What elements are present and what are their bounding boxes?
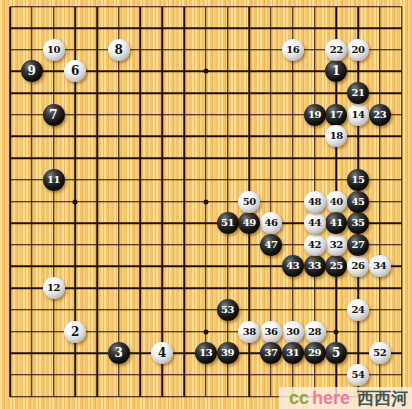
stone-black-17: 17 bbox=[325, 104, 347, 126]
watermark-cc: cc bbox=[289, 388, 309, 409]
stone-white-2: 2 bbox=[64, 321, 86, 343]
stone-white-40: 40 bbox=[325, 191, 347, 213]
star-point bbox=[203, 199, 208, 204]
stone-white-26: 26 bbox=[347, 255, 369, 277]
stone-white-38: 38 bbox=[238, 321, 260, 343]
stone-black-21: 21 bbox=[347, 82, 369, 104]
watermark-here: here bbox=[312, 388, 350, 409]
stone-black-51: 51 bbox=[217, 212, 239, 234]
stone-black-11: 11 bbox=[43, 169, 65, 191]
stone-black-13: 13 bbox=[195, 342, 217, 364]
stone-black-35: 35 bbox=[347, 212, 369, 234]
stone-black-37: 37 bbox=[260, 342, 282, 364]
stone-black-33: 33 bbox=[304, 255, 326, 277]
stone-black-53: 53 bbox=[217, 299, 239, 321]
star-point bbox=[203, 69, 208, 74]
stone-black-27: 27 bbox=[347, 234, 369, 256]
stone-white-50: 50 bbox=[238, 191, 260, 213]
star-point bbox=[73, 199, 78, 204]
stone-white-24: 24 bbox=[347, 299, 369, 321]
stone-white-22: 22 bbox=[325, 39, 347, 61]
stone-white-20: 20 bbox=[347, 39, 369, 61]
stone-white-14: 14 bbox=[347, 104, 369, 126]
stone-white-46: 46 bbox=[260, 212, 282, 234]
stone-black-19: 19 bbox=[304, 104, 326, 126]
grid-line-vertical bbox=[227, 7, 229, 397]
watermark: cc here 西西河 bbox=[279, 387, 412, 409]
stone-black-41: 41 bbox=[325, 212, 347, 234]
stone-black-7: 7 bbox=[43, 104, 65, 126]
stone-black-29: 29 bbox=[304, 342, 326, 364]
stone-black-39: 39 bbox=[217, 342, 239, 364]
stone-black-45: 45 bbox=[347, 191, 369, 213]
stone-white-54: 54 bbox=[347, 364, 369, 386]
stone-black-23: 23 bbox=[369, 104, 391, 126]
star-point bbox=[334, 329, 339, 334]
stone-white-6: 6 bbox=[64, 60, 86, 82]
go-board-grid: 1234567891011121314151617181920212223242… bbox=[10, 7, 402, 397]
stone-black-47: 47 bbox=[260, 234, 282, 256]
stone-white-10: 10 bbox=[43, 39, 65, 61]
stone-white-52: 52 bbox=[369, 342, 391, 364]
stone-white-8: 8 bbox=[108, 39, 130, 61]
stone-white-16: 16 bbox=[282, 39, 304, 61]
stone-white-48: 48 bbox=[304, 191, 326, 213]
stone-black-31: 31 bbox=[282, 342, 304, 364]
stone-white-18: 18 bbox=[325, 125, 347, 147]
grid-line-vertical bbox=[379, 7, 381, 397]
stone-black-5: 5 bbox=[325, 342, 347, 364]
stone-black-1: 1 bbox=[325, 60, 347, 82]
stone-black-25: 25 bbox=[325, 255, 347, 277]
stone-white-42: 42 bbox=[304, 234, 326, 256]
watermark-site-name: 西西河 bbox=[357, 387, 408, 409]
stone-white-36: 36 bbox=[260, 321, 282, 343]
stone-white-34: 34 bbox=[369, 255, 391, 277]
stone-black-9: 9 bbox=[21, 60, 43, 82]
star-point bbox=[203, 329, 208, 334]
stone-black-49: 49 bbox=[238, 212, 260, 234]
stone-white-44: 44 bbox=[304, 212, 326, 234]
stone-white-32: 32 bbox=[325, 234, 347, 256]
stone-black-3: 3 bbox=[108, 342, 130, 364]
stone-white-30: 30 bbox=[282, 321, 304, 343]
grid-line-horizontal bbox=[10, 287, 402, 289]
stone-white-12: 12 bbox=[43, 277, 65, 299]
stone-black-15: 15 bbox=[347, 169, 369, 191]
grid-line-vertical bbox=[401, 7, 403, 397]
grid-line-horizontal bbox=[10, 374, 402, 376]
stone-white-4: 4 bbox=[151, 342, 173, 364]
grid-line-horizontal bbox=[10, 309, 402, 311]
stone-white-28: 28 bbox=[304, 321, 326, 343]
go-board-diagram: 1234567891011121314151617181920212223242… bbox=[0, 0, 412, 409]
stone-black-43: 43 bbox=[282, 255, 304, 277]
